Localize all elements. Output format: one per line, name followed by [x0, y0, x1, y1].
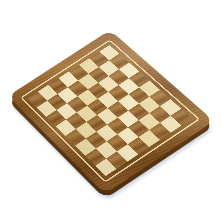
product-photo-chessboard — [0, 0, 222, 222]
board-frame — [8, 30, 214, 194]
chessboard — [8, 30, 214, 194]
